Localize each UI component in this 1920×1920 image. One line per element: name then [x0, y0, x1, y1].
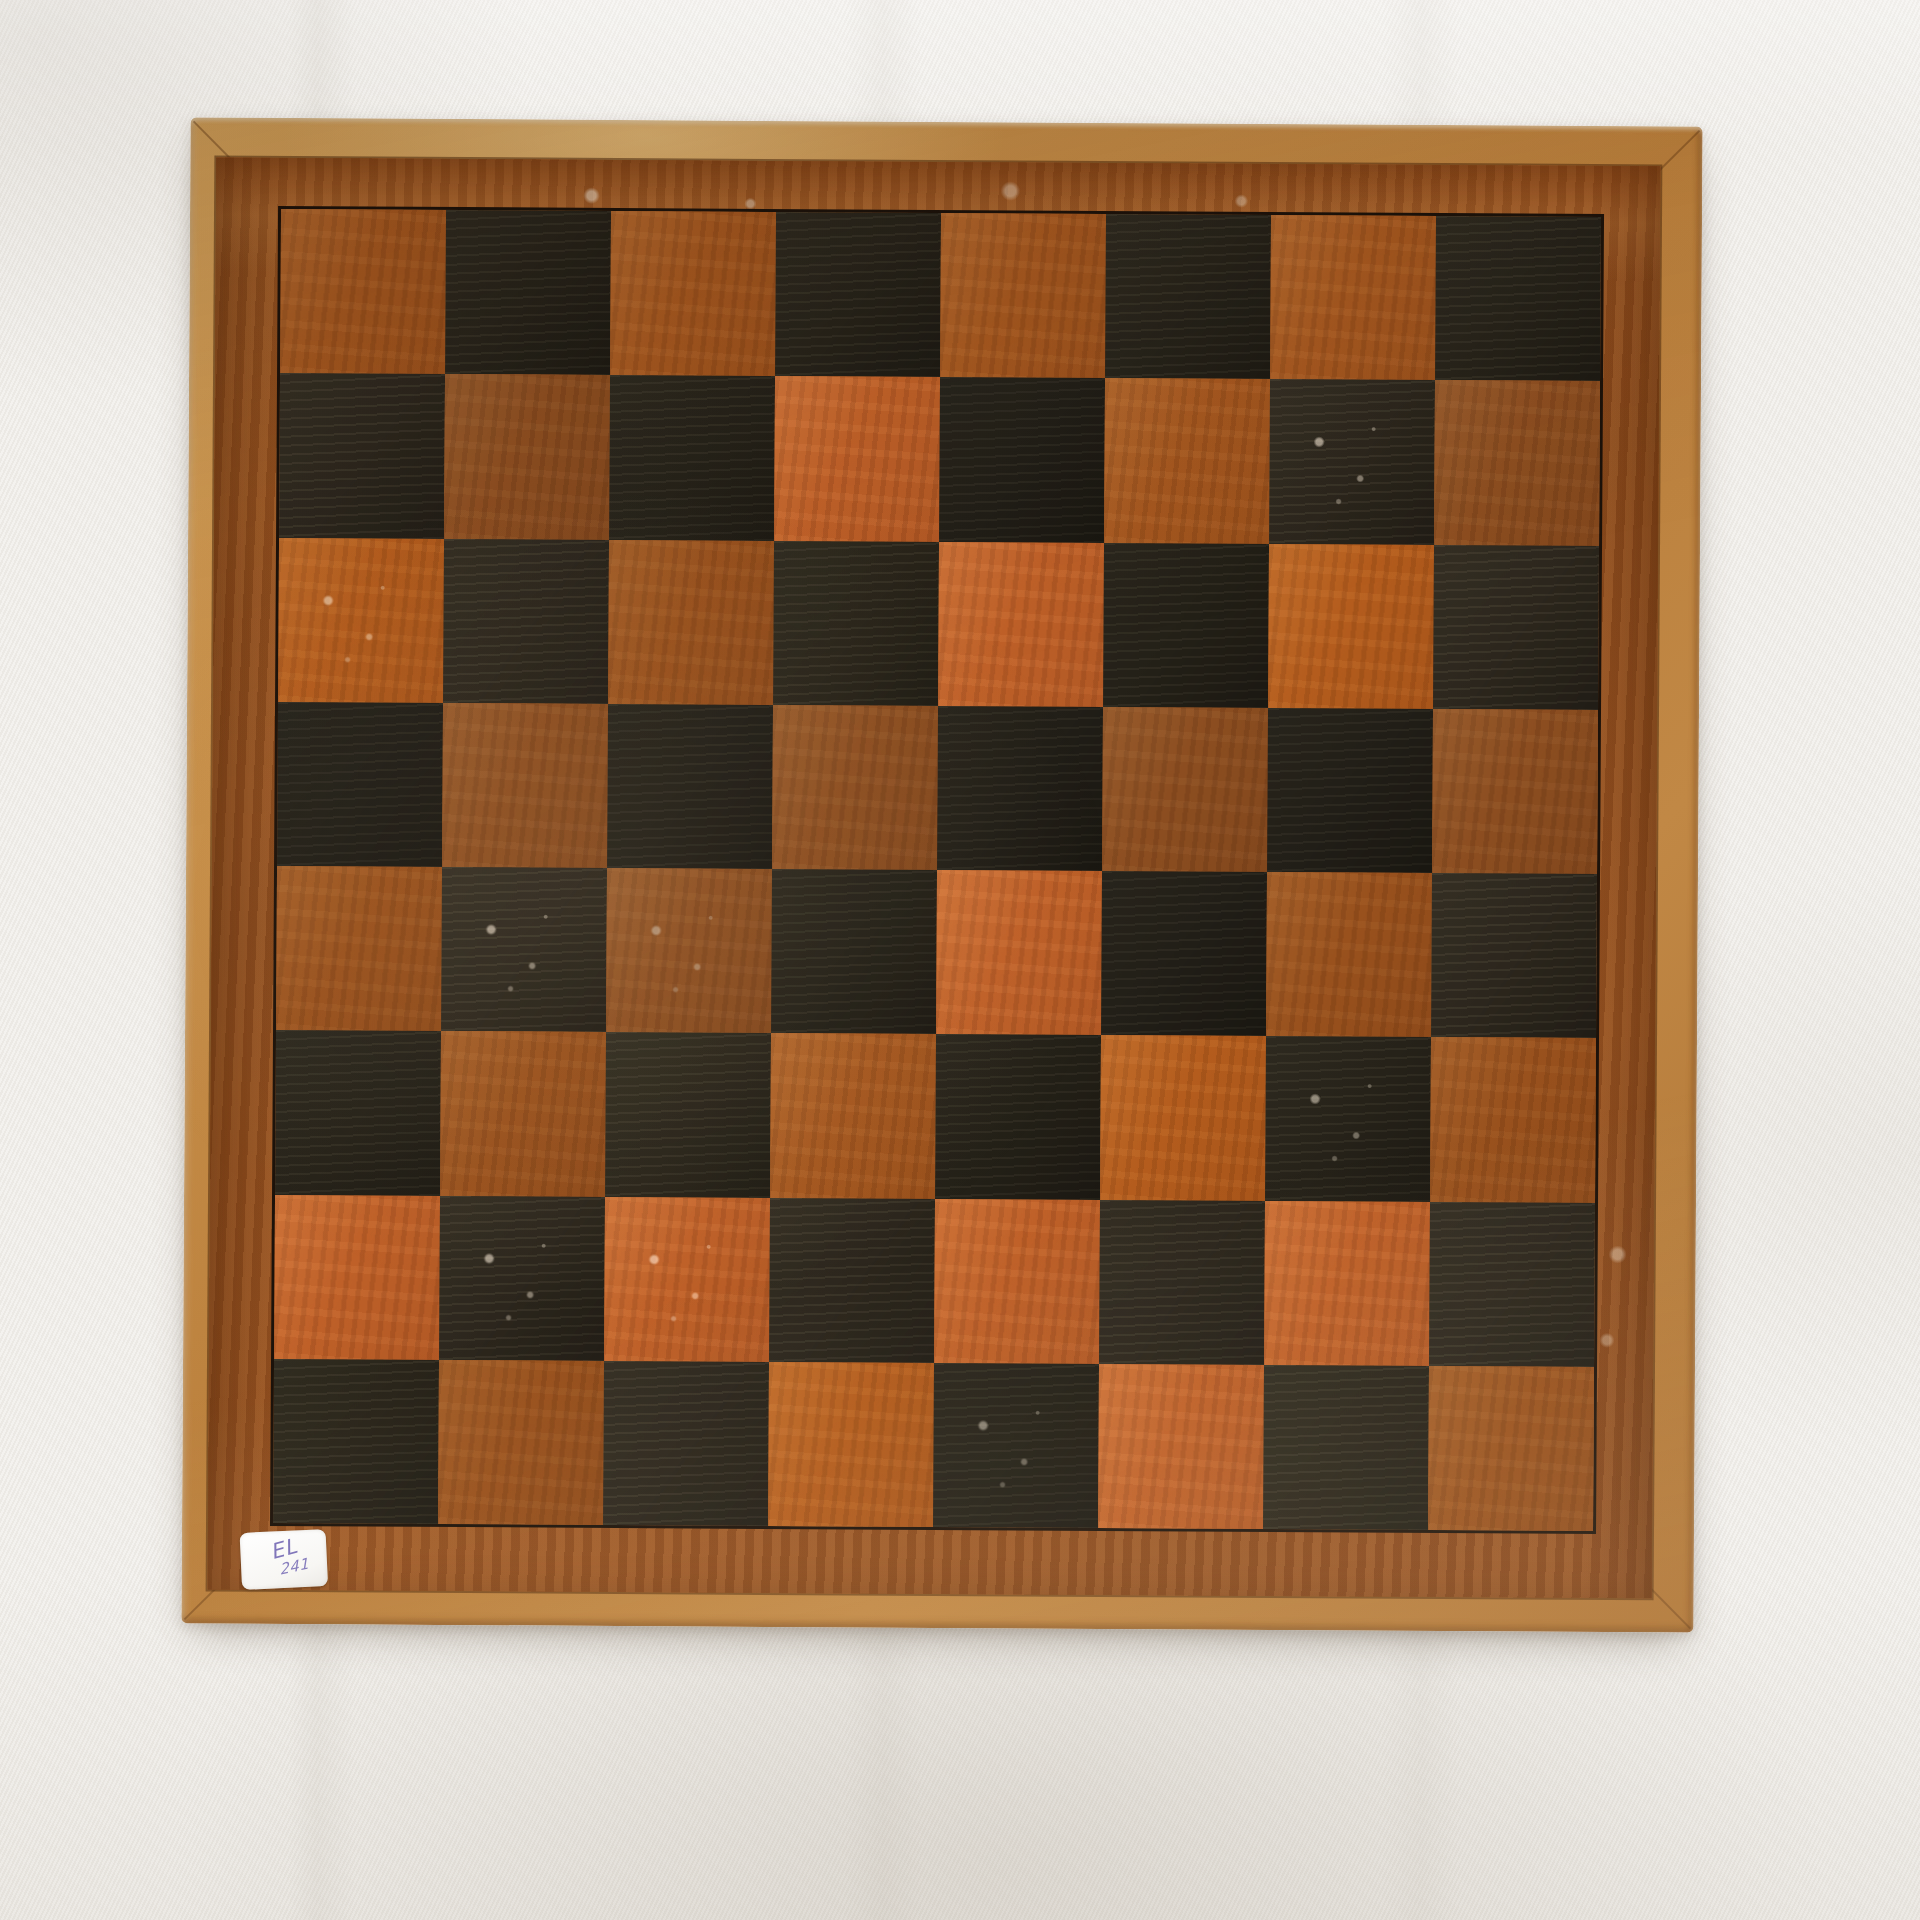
square-r1c1-light — [280, 209, 446, 374]
frame-miter-joint — [1646, 1584, 1691, 1630]
square-r6c2-light — [440, 1031, 606, 1196]
square-r1c8-dark — [1435, 216, 1601, 381]
square-r2c4-light — [774, 376, 940, 541]
checker-grid — [270, 206, 1604, 1534]
square-r2c2-light — [444, 374, 610, 539]
square-r5c8-dark — [1431, 873, 1597, 1038]
square-r8c7-dark — [1263, 1365, 1429, 1530]
square-r3c3-light — [608, 539, 774, 704]
square-r4c6-light — [1102, 707, 1268, 872]
square-r2c3-dark — [609, 375, 775, 540]
square-r4c7-dark — [1267, 708, 1433, 873]
square-r8c6-light — [1098, 1364, 1264, 1529]
square-r3c4-dark — [773, 540, 939, 705]
square-r8c5-dark — [933, 1363, 1099, 1528]
square-r7c3-light — [604, 1196, 770, 1361]
square-r4c4-light — [772, 705, 938, 870]
photo-stage: EL 241 — [0, 0, 1920, 1920]
square-r6c6-light — [1100, 1035, 1266, 1200]
square-r2c8-light — [1434, 380, 1600, 545]
game-board: EL 241 — [181, 117, 1702, 1632]
square-r5c6-dark — [1101, 871, 1267, 1036]
square-r3c5-light — [938, 541, 1104, 706]
square-r2c1-dark — [279, 373, 445, 538]
square-r1c4-dark — [775, 212, 941, 377]
square-r7c7-light — [1264, 1200, 1430, 1365]
square-r4c3-dark — [607, 704, 773, 869]
square-r3c6-dark — [1103, 542, 1269, 707]
square-r7c6-dark — [1099, 1199, 1265, 1364]
square-r2c5-dark — [939, 377, 1105, 542]
square-r4c1-dark — [277, 702, 443, 867]
square-r3c8-dark — [1433, 544, 1599, 709]
square-r1c5-light — [940, 213, 1106, 378]
square-r1c6-dark — [1105, 214, 1271, 379]
square-r7c2-dark — [439, 1195, 605, 1360]
square-r4c5-dark — [937, 706, 1103, 871]
frame-miter-joint — [1655, 130, 1701, 175]
square-r3c7-light — [1268, 543, 1434, 708]
square-r8c4-light — [768, 1362, 934, 1527]
square-r4c2-light — [442, 703, 608, 868]
square-r7c4-dark — [769, 1197, 935, 1362]
square-r5c5-light — [936, 870, 1102, 1035]
square-r5c7-light — [1266, 872, 1432, 1037]
square-r8c1-dark — [273, 1359, 439, 1524]
square-r8c3-dark — [603, 1361, 769, 1526]
square-r6c5-dark — [935, 1034, 1101, 1199]
square-r3c2-dark — [443, 538, 609, 703]
square-r7c1-light — [274, 1194, 440, 1359]
square-r7c5-light — [934, 1198, 1100, 1363]
square-r6c1-dark — [275, 1030, 441, 1195]
square-r2c6-light — [1104, 378, 1270, 543]
square-r1c7-light — [1270, 215, 1436, 380]
square-r6c4-light — [770, 1033, 936, 1198]
square-r2c7-dark — [1269, 379, 1435, 544]
square-r8c8-light — [1428, 1366, 1594, 1531]
inventory-label: EL 241 — [240, 1529, 329, 1590]
square-r1c2-dark — [445, 210, 611, 375]
square-r5c3-light — [606, 868, 772, 1033]
square-r6c7-dark — [1265, 1036, 1431, 1201]
square-r5c1-light — [276, 866, 442, 1031]
square-r5c4-dark — [771, 869, 937, 1034]
square-r6c8-light — [1430, 1037, 1596, 1202]
square-r4c8-light — [1432, 709, 1598, 874]
square-r3c1-light — [278, 537, 444, 702]
square-r7c8-dark — [1429, 1201, 1595, 1366]
square-r8c2-light — [438, 1360, 604, 1525]
square-r1c3-light — [610, 211, 776, 376]
square-r5c2-dark — [441, 867, 607, 1032]
square-r6c3-dark — [605, 1032, 771, 1197]
